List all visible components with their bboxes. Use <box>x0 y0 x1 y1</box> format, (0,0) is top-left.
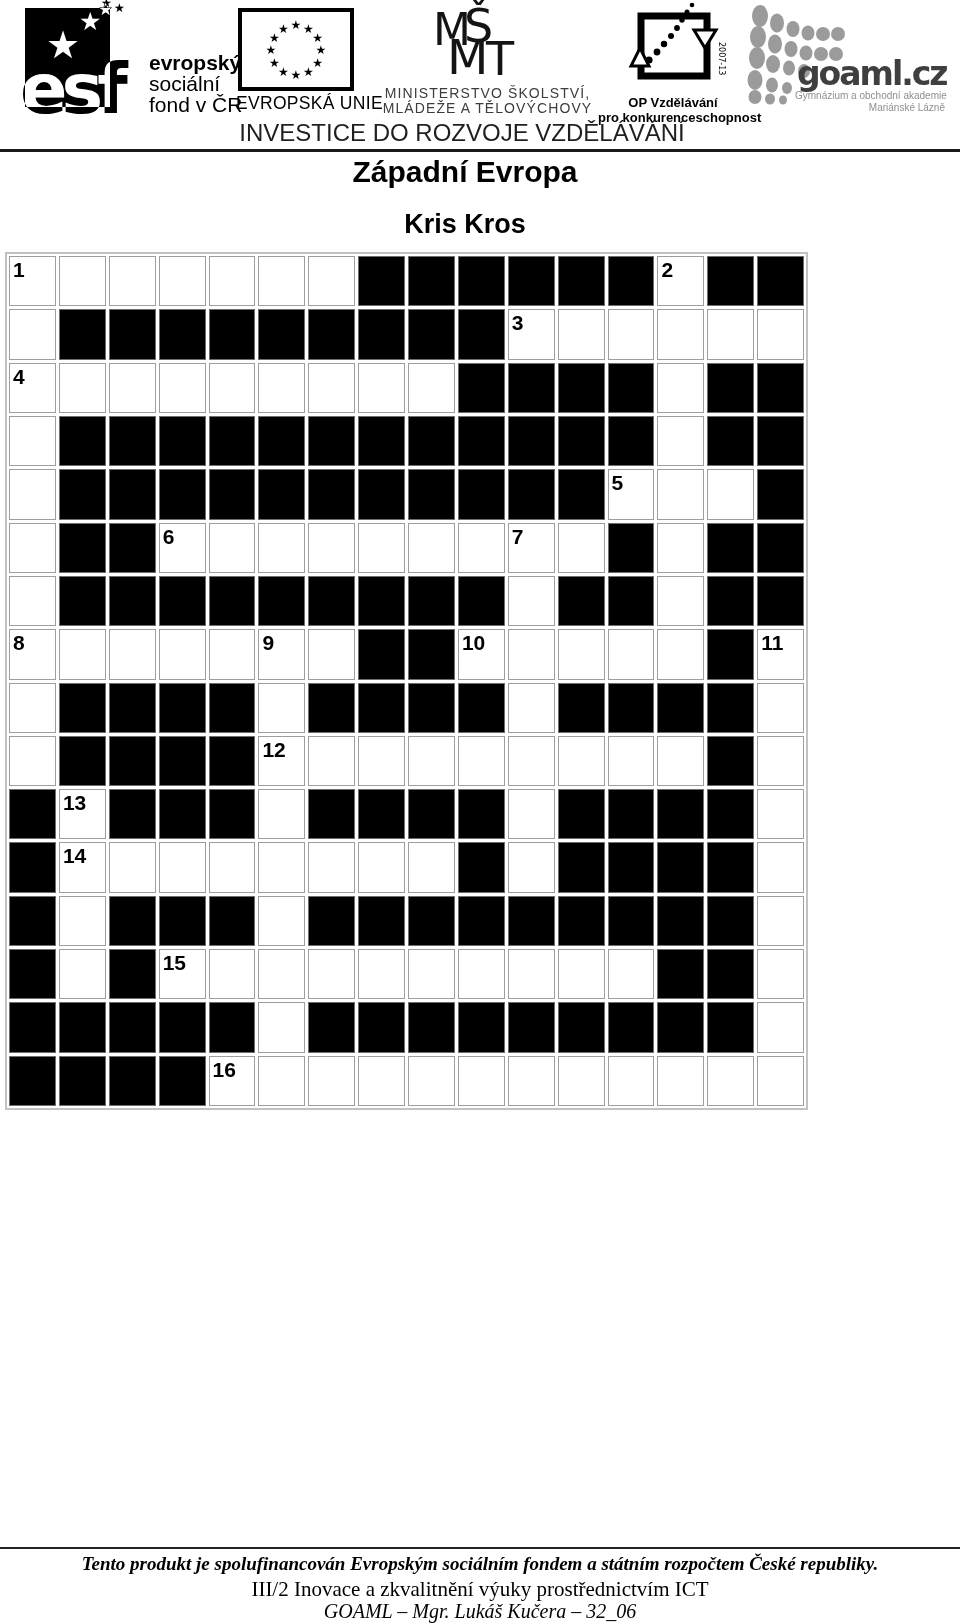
esf-logo-text: evropský sociální fond v ČR <box>149 52 242 115</box>
esf-logo-wordmark: esf <box>20 54 122 124</box>
grid-cell-white[interactable] <box>159 256 206 306</box>
grid-cell-white[interactable] <box>757 736 804 786</box>
grid-cell-black <box>159 1056 206 1106</box>
eu-flag-logo: ★★ ★★ ★★ ★★ ★★ ★★ <box>238 8 354 91</box>
esf-star-icon: ★ <box>114 2 125 14</box>
grid-cell-black <box>558 683 605 733</box>
grid-cell-white[interactable] <box>458 736 505 786</box>
grid-cell-black <box>209 789 256 839</box>
grid-cell-black <box>608 789 655 839</box>
clue-number: 1 <box>10 257 55 280</box>
grid-cell-black <box>159 683 206 733</box>
grid-cell-white[interactable] <box>308 736 355 786</box>
grid-cell-black <box>159 736 206 786</box>
grid-cell-white[interactable] <box>657 309 704 359</box>
grid-cell-black <box>608 842 655 892</box>
clue-number: 16 <box>210 1057 255 1080</box>
grid-cell-black <box>657 896 704 946</box>
grid-cell-white[interactable] <box>159 842 206 892</box>
grid-cell-black <box>209 1002 256 1052</box>
clue-number: 10 <box>459 630 504 653</box>
grid-cell-black <box>159 896 206 946</box>
grid-cell-white[interactable] <box>209 256 256 306</box>
grid-cell-white[interactable] <box>258 949 305 999</box>
grid-cell-white[interactable] <box>209 523 256 573</box>
grid-cell-white[interactable] <box>9 683 56 733</box>
msmt-monogram-m2: M <box>447 33 488 81</box>
grid-cell-black <box>109 416 156 466</box>
grid-cell-black <box>707 683 754 733</box>
grid-cell-white[interactable] <box>258 842 305 892</box>
grid-cell-white[interactable] <box>9 736 56 786</box>
grid-cell-black <box>458 416 505 466</box>
grid-cell-black <box>9 842 56 892</box>
grid-cell-white[interactable] <box>508 683 555 733</box>
grid-cell-white[interactable] <box>757 309 804 359</box>
grid-cell-black <box>757 256 804 306</box>
grid-cell-black <box>59 309 106 359</box>
clue-number: 11 <box>758 630 803 653</box>
grid-cell-black <box>757 416 804 466</box>
grid-cell-black <box>408 576 455 626</box>
msmt-text-line: MINISTERSTVO ŠKOLSTVÍ, <box>380 86 595 101</box>
op-vzdelavani-logo-icon: 2007-13 <box>600 2 745 98</box>
grid-cell-white[interactable] <box>258 789 305 839</box>
grid-cell-black <box>59 1002 106 1052</box>
svg-text:★: ★ <box>303 65 314 79</box>
grid-cell-black <box>707 949 754 999</box>
grid-cell-white[interactable] <box>608 629 655 679</box>
grid-cell-black <box>109 789 156 839</box>
grid-cell-white[interactable] <box>258 256 305 306</box>
grid-cell-white[interactable] <box>109 842 156 892</box>
grid-cell-white[interactable] <box>508 789 555 839</box>
grid-cell-black <box>9 949 56 999</box>
grid-cell-black <box>408 629 455 679</box>
grid-cell-white[interactable] <box>508 1056 555 1106</box>
grid-cell-white[interactable]: 16 <box>209 1056 256 1106</box>
esf-text-line: fond v ČR <box>149 94 242 115</box>
grid-cell-black <box>558 789 605 839</box>
grid-cell-white[interactable] <box>657 469 704 519</box>
grid-cell-white[interactable] <box>358 949 405 999</box>
grid-cell-white[interactable] <box>558 523 605 573</box>
grid-cell-white[interactable] <box>358 1056 405 1106</box>
page-title: Západní Evropa <box>0 155 930 189</box>
grid-cell-white[interactable]: 14 <box>59 842 106 892</box>
grid-cell-white[interactable] <box>159 629 206 679</box>
grid-cell-white[interactable]: 7 <box>508 523 555 573</box>
grid-cell-black <box>59 1056 106 1106</box>
grid-cell-black <box>707 523 754 573</box>
grid-cell-black <box>458 469 505 519</box>
op-year-label: 2007-13 <box>717 42 726 75</box>
grid-cell-white[interactable] <box>608 736 655 786</box>
grid-cell-black <box>458 789 505 839</box>
grid-cell-black <box>757 363 804 413</box>
grid-cell-white[interactable] <box>258 1002 305 1052</box>
grid-cell-white[interactable] <box>657 736 704 786</box>
grid-cell-white[interactable]: 12 <box>258 736 305 786</box>
grid-cell-white[interactable] <box>458 1056 505 1106</box>
grid-cell-black <box>308 896 355 946</box>
grid-cell-white[interactable] <box>308 523 355 573</box>
grid-cell-black <box>209 469 256 519</box>
grid-cell-black <box>707 842 754 892</box>
goaml-subtext-line: Gymnázium a obchodní akademie <box>795 90 945 102</box>
grid-cell-white[interactable] <box>508 949 555 999</box>
grid-cell-black <box>707 416 754 466</box>
grid-cell-black <box>59 523 106 573</box>
grid-cell-white[interactable] <box>657 523 704 573</box>
grid-cell-black <box>59 736 106 786</box>
grid-cell-white[interactable] <box>657 1056 704 1106</box>
grid-cell-white[interactable] <box>59 629 106 679</box>
grid-cell-black <box>558 842 605 892</box>
grid-cell-black <box>109 1002 156 1052</box>
grid-cell-black <box>508 416 555 466</box>
svg-text:★: ★ <box>291 68 302 82</box>
grid-cell-black <box>558 363 605 413</box>
grid-cell-black <box>558 256 605 306</box>
grid-cell-white[interactable]: 15 <box>159 949 206 999</box>
grid-cell-black <box>159 576 206 626</box>
grid-cell-white[interactable] <box>308 1056 355 1106</box>
grid-cell-black <box>358 576 405 626</box>
grid-cell-white[interactable] <box>109 256 156 306</box>
grid-cell-white[interactable] <box>757 949 804 999</box>
grid-cell-black <box>757 576 804 626</box>
clue-number: 3 <box>509 310 554 333</box>
grid-cell-black <box>707 576 754 626</box>
grid-cell-white[interactable] <box>209 949 256 999</box>
grid-cell-white[interactable] <box>508 576 555 626</box>
grid-cell-black <box>59 683 106 733</box>
grid-cell-white[interactable] <box>408 1056 455 1106</box>
grid-cell-black <box>608 363 655 413</box>
footer-project-line: III/2 Inovace a zkvalitnění výuky prostř… <box>0 1577 960 1602</box>
grid-cell-black <box>657 1002 704 1052</box>
grid-cell-black <box>9 1056 56 1106</box>
grid-cell-black <box>458 683 505 733</box>
grid-cell-white[interactable] <box>757 683 804 733</box>
puzzle-grid: 12345678910111213141516 <box>5 252 808 1110</box>
grid-cell-black <box>608 1002 655 1052</box>
grid-cell-white[interactable] <box>757 789 804 839</box>
grid-cell-white[interactable] <box>608 1056 655 1106</box>
grid-cell-white[interactable] <box>59 949 106 999</box>
grid-cell-black <box>408 256 455 306</box>
grid-cell-black <box>258 309 305 359</box>
grid-cell-white[interactable] <box>707 469 754 519</box>
grid-cell-white[interactable] <box>9 576 56 626</box>
grid-cell-white[interactable] <box>209 842 256 892</box>
grid-cell-black <box>458 896 505 946</box>
clue-number: 12 <box>259 737 304 760</box>
grid-cell-white[interactable] <box>757 896 804 946</box>
grid-cell-black <box>657 842 704 892</box>
grid-cell-black <box>408 469 455 519</box>
grid-cell-black <box>508 256 555 306</box>
grid-cell-white[interactable] <box>458 523 505 573</box>
grid-cell-white[interactable]: 3 <box>508 309 555 359</box>
msmt-text-line: MLÁDEŽE A TĚLOVÝCHOVY <box>380 101 595 116</box>
grid-cell-white[interactable] <box>59 896 106 946</box>
grid-cell-black <box>458 576 505 626</box>
grid-cell-white[interactable] <box>9 523 56 573</box>
clue-number: 4 <box>10 364 55 387</box>
grid-cell-black <box>109 683 156 733</box>
grid-cell-black <box>109 523 156 573</box>
grid-cell-black <box>657 683 704 733</box>
grid-cell-black <box>209 736 256 786</box>
grid-cell-white[interactable] <box>358 736 405 786</box>
grid-cell-white[interactable] <box>258 1056 305 1106</box>
grid-cell-white[interactable] <box>508 842 555 892</box>
grid-cell-white[interactable] <box>308 363 355 413</box>
grid-cell-black <box>558 896 605 946</box>
grid-cell-black <box>358 629 405 679</box>
grid-cell-white[interactable]: 2 <box>657 256 704 306</box>
grid-cell-black <box>458 363 505 413</box>
grid-cell-black <box>707 1002 754 1052</box>
grid-cell-white[interactable] <box>608 309 655 359</box>
grid-cell-black <box>308 683 355 733</box>
grid-cell-black <box>209 896 256 946</box>
svg-text:★: ★ <box>291 18 302 32</box>
grid-cell-white[interactable] <box>408 842 455 892</box>
grid-cell-white[interactable]: 4 <box>9 363 56 413</box>
grid-cell-black <box>408 683 455 733</box>
grid-cell-white[interactable] <box>59 363 106 413</box>
grid-cell-white[interactable] <box>59 256 106 306</box>
grid-cell-black <box>209 683 256 733</box>
grid-cell-black <box>308 309 355 359</box>
grid-cell-white[interactable] <box>209 363 256 413</box>
grid-cell-white[interactable] <box>558 949 605 999</box>
grid-cell-white[interactable] <box>508 629 555 679</box>
eu-flag-label: EVROPSKÁ UNIE <box>236 93 356 114</box>
eu-stars-icon: ★★ ★★ ★★ ★★ ★★ ★★ <box>242 12 350 87</box>
clue-number: 13 <box>60 790 105 813</box>
grid-cell-black <box>458 1002 505 1052</box>
grid-cell-black <box>308 1002 355 1052</box>
grid-cell-white[interactable]: 11 <box>757 629 804 679</box>
grid-cell-black <box>657 789 704 839</box>
clue-number: 5 <box>609 470 654 493</box>
esf-text-line: sociální <box>149 73 242 94</box>
grid-cell-white[interactable] <box>9 309 56 359</box>
grid-cell-white[interactable]: 6 <box>159 523 206 573</box>
svg-text:★: ★ <box>269 56 280 70</box>
grid-cell-white[interactable] <box>9 416 56 466</box>
grid-cell-white[interactable]: 5 <box>608 469 655 519</box>
grid-cell-white[interactable]: 13 <box>59 789 106 839</box>
op-text-line: OP Vzdělávání <box>598 95 748 110</box>
grid-cell-white[interactable] <box>109 363 156 413</box>
grid-cell-black <box>358 309 405 359</box>
grid-cell-white[interactable] <box>308 949 355 999</box>
grid-cell-black <box>458 309 505 359</box>
esf-star-icon: ★ <box>101 0 112 9</box>
grid-cell-black <box>707 736 754 786</box>
clue-number: 2 <box>658 257 703 280</box>
grid-cell-black <box>209 576 256 626</box>
grid-cell-black <box>608 683 655 733</box>
grid-cell-black <box>358 469 405 519</box>
grid-cell-black <box>558 1002 605 1052</box>
goaml-subtext-line: Mariánské Lázně <box>795 102 945 114</box>
clue-number: 7 <box>509 524 554 547</box>
clue-number: 9 <box>259 630 304 653</box>
grid-cell-white[interactable] <box>209 629 256 679</box>
grid-cell-white[interactable] <box>757 1002 804 1052</box>
grid-cell-white[interactable] <box>159 363 206 413</box>
grid-cell-black <box>9 789 56 839</box>
goaml-logo-wordmark: goaml.cz <box>797 57 947 90</box>
grid-cell-black <box>757 523 804 573</box>
grid-cell-white[interactable] <box>657 363 704 413</box>
grid-cell-white[interactable] <box>707 309 754 359</box>
grid-cell-black <box>458 256 505 306</box>
grid-cell-black <box>109 736 156 786</box>
grid-cell-black <box>358 1002 405 1052</box>
grid-cell-black <box>109 896 156 946</box>
grid-cell-black <box>159 416 206 466</box>
grid-cell-white[interactable] <box>308 842 355 892</box>
grid-cell-white[interactable] <box>508 736 555 786</box>
grid-cell-white[interactable] <box>558 309 605 359</box>
grid-cell-white[interactable]: 8 <box>9 629 56 679</box>
grid-cell-black <box>558 576 605 626</box>
grid-cell-white[interactable]: 9 <box>258 629 305 679</box>
grid-cell-black <box>657 949 704 999</box>
grid-cell-black <box>109 309 156 359</box>
msmt-logo-text: MINISTERSTVO ŠKOLSTVÍ, MLÁDEŽE A TĚLOVÝC… <box>380 86 595 116</box>
grid-cell-white[interactable] <box>458 949 505 999</box>
grid-cell-white[interactable] <box>657 416 704 466</box>
grid-cell-black <box>109 949 156 999</box>
grid-cell-black <box>707 363 754 413</box>
grid-cell-white[interactable] <box>707 1056 754 1106</box>
grid-cell-white[interactable] <box>358 523 405 573</box>
grid-cell-white[interactable] <box>358 842 405 892</box>
header-divider <box>0 149 960 152</box>
footer-divider <box>0 1547 960 1549</box>
svg-text:★: ★ <box>278 65 289 79</box>
grid-cell-white[interactable] <box>558 629 605 679</box>
grid-cell-black <box>209 309 256 359</box>
grid-cell-white[interactable] <box>408 363 455 413</box>
grid-cell-black <box>209 416 256 466</box>
grid-cell-white[interactable] <box>258 683 305 733</box>
investice-slogan: INVESTICE DO ROZVOJE VZDĚLÁVÁNÍ <box>0 119 924 147</box>
grid-cell-black <box>508 1002 555 1052</box>
grid-cell-black <box>308 789 355 839</box>
grid-cell-black <box>9 1002 56 1052</box>
grid-cell-black <box>608 523 655 573</box>
grid-cell-white[interactable] <box>109 629 156 679</box>
grid-cell-black <box>408 416 455 466</box>
grid-cell-black <box>608 576 655 626</box>
grid-cell-black <box>308 416 355 466</box>
grid-cell-white[interactable] <box>258 896 305 946</box>
grid-cell-black <box>358 256 405 306</box>
clue-number: 6 <box>160 524 205 547</box>
grid-cell-white[interactable] <box>308 629 355 679</box>
grid-cell-black <box>558 469 605 519</box>
grid-cell-black <box>508 469 555 519</box>
grid-cell-black <box>608 416 655 466</box>
grid-cell-white[interactable]: 10 <box>458 629 505 679</box>
grid-cell-black <box>408 896 455 946</box>
svg-text:★: ★ <box>278 22 289 36</box>
grid-cell-black <box>9 896 56 946</box>
grid-cell-black <box>408 1002 455 1052</box>
grid-cell-black <box>109 576 156 626</box>
grid-cell-white[interactable] <box>9 469 56 519</box>
grid-cell-black <box>159 789 206 839</box>
clue-number: 14 <box>60 843 105 866</box>
grid-cell-white[interactable] <box>308 256 355 306</box>
grid-cell-black <box>707 256 754 306</box>
grid-cell-white[interactable] <box>408 736 455 786</box>
grid-cell-black <box>707 629 754 679</box>
grid-cell-black <box>757 469 804 519</box>
grid-cell-white[interactable] <box>608 949 655 999</box>
grid-cell-white[interactable] <box>558 736 605 786</box>
grid-cell-black <box>258 416 305 466</box>
grid-cell-black <box>159 469 206 519</box>
grid-cell-black <box>508 896 555 946</box>
grid-cell-black <box>159 309 206 359</box>
grid-cell-black <box>458 842 505 892</box>
grid-cell-black <box>608 256 655 306</box>
svg-text:★: ★ <box>312 56 323 70</box>
grid-cell-white[interactable] <box>558 1056 605 1106</box>
svg-text:★: ★ <box>266 43 277 57</box>
grid-cell-white[interactable] <box>757 842 804 892</box>
grid-cell-white[interactable] <box>408 949 455 999</box>
grid-cell-white[interactable] <box>358 363 405 413</box>
grid-cell-white[interactable] <box>258 523 305 573</box>
puzzle-title: Kris Kros <box>0 209 930 240</box>
grid-cell-black <box>358 789 405 839</box>
grid-cell-black <box>358 416 405 466</box>
worksheet-page: ★ ★ ★ ★ ★ esf evropský sociální fond v Č… <box>0 0 960 1623</box>
grid-cell-black <box>358 683 405 733</box>
esf-text-line: evropský <box>149 52 242 73</box>
msmt-monogram-t: T <box>486 36 514 82</box>
grid-cell-white[interactable]: 1 <box>9 256 56 306</box>
grid-cell-black <box>59 416 106 466</box>
grid-cell-black <box>608 896 655 946</box>
grid-cell-white[interactable] <box>657 576 704 626</box>
grid-cell-white[interactable] <box>258 363 305 413</box>
grid-cell-black <box>707 789 754 839</box>
grid-cell-white[interactable] <box>657 629 704 679</box>
footer-author-line: GOAML – Mgr. Lukáš Kučera – 32_06 <box>0 1600 960 1623</box>
grid-cell-black <box>707 896 754 946</box>
grid-cell-white[interactable] <box>757 1056 804 1106</box>
grid-cell-black <box>59 576 106 626</box>
grid-cell-black <box>109 469 156 519</box>
grid-cell-black <box>258 469 305 519</box>
grid-cell-white[interactable] <box>408 523 455 573</box>
grid-cell-black <box>308 469 355 519</box>
grid-cell-black <box>159 1002 206 1052</box>
grid-cell-black <box>109 1056 156 1106</box>
